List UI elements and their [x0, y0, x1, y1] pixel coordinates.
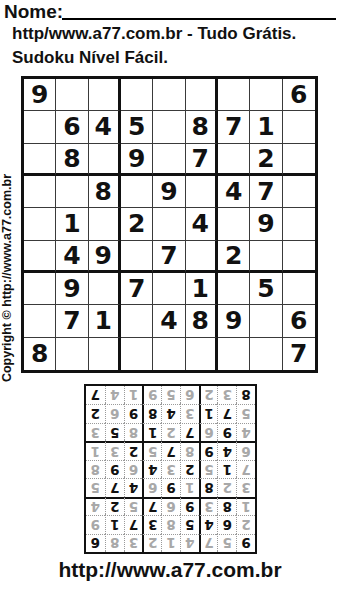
solution-cell-r6c6: 5 [142, 441, 161, 459]
puzzle-cell-r2c2: 6 [56, 111, 88, 143]
solution-cell-r2c4: 5 [180, 515, 199, 533]
puzzle-cell-r3c1[interactable] [24, 144, 56, 176]
puzzle-cell-r7c6: 1 [186, 273, 218, 305]
solution-cell-r3c7: 5 [124, 497, 143, 515]
puzzle-cell-r9c5[interactable] [153, 338, 185, 370]
puzzle-cell-r4c1[interactable] [24, 176, 56, 208]
puzzle-cell-r3c5[interactable] [153, 144, 185, 176]
puzzle-cell-r5c5[interactable] [153, 208, 185, 240]
puzzle-cell-r4c4[interactable] [121, 176, 153, 208]
solution-cell-r9c7: 1 [124, 386, 143, 404]
solution-cell-r1c3: 7 [199, 534, 218, 552]
solution-cell-r7c3: 6 [199, 423, 218, 441]
puzzle-cell-r2c7: 7 [218, 111, 250, 143]
puzzle-cell-r6c8[interactable] [250, 241, 282, 273]
puzzle-cell-r7c4: 7 [121, 273, 153, 305]
puzzle-cell-r2c6: 8 [186, 111, 218, 143]
puzzle-cell-r9c3[interactable] [89, 338, 121, 370]
puzzle-cell-r4c9[interactable] [283, 176, 315, 208]
puzzle-cell-r8c7: 9 [218, 305, 250, 337]
solution-cell-r6c7: 2 [124, 441, 143, 459]
puzzle-cell-r6c5: 7 [153, 241, 185, 273]
puzzle-cell-r1c4[interactable] [121, 79, 153, 111]
puzzle-cell-r1c1: 9 [24, 79, 56, 111]
puzzle-cell-r5c4: 2 [121, 208, 153, 240]
solution-cell-r9c6: 9 [142, 386, 161, 404]
puzzle-cell-r1c9: 6 [283, 79, 315, 111]
solution-cell-r6c9: 1 [86, 441, 105, 459]
puzzle-cell-r9c6[interactable] [186, 338, 218, 370]
solution-cell-r3c8: 2 [105, 497, 124, 515]
puzzle-cell-r6c6[interactable] [186, 241, 218, 273]
solution-cell-r5c3: 5 [199, 460, 218, 478]
puzzle-cell-r8c5: 4 [153, 305, 185, 337]
solution-cell-r9c5: 5 [161, 386, 180, 404]
name-row: Nome: [4, 1, 336, 23]
solution-cell-r7c5: 2 [161, 423, 180, 441]
solution-cell-r7c9: 3 [86, 423, 105, 441]
puzzle-cell-r1c5[interactable] [153, 79, 185, 111]
solution-cell-r8c3: 1 [199, 404, 218, 422]
solution-cell-r2c7: 7 [124, 515, 143, 533]
solution-cell-r7c7: 8 [124, 423, 143, 441]
puzzle-cell-r6c7: 2 [218, 241, 250, 273]
puzzle-cell-r3c2: 8 [56, 144, 88, 176]
puzzle-cell-r4c5: 9 [153, 176, 185, 208]
solution-cell-r7c4: 7 [180, 423, 199, 441]
puzzle-cell-r5c2: 1 [56, 208, 88, 240]
solution-cell-r9c8: 4 [105, 386, 124, 404]
solution-cell-r1c4: 4 [180, 534, 199, 552]
puzzle-cell-r9c8[interactable] [250, 338, 282, 370]
solution-cell-r1c2: 5 [217, 534, 236, 552]
solution-cell-r1c7: 3 [124, 534, 143, 552]
solution-cell-r3c6: 7 [142, 497, 161, 515]
puzzle-cell-r1c6[interactable] [186, 79, 218, 111]
solution-cell-r3c1: 1 [236, 497, 255, 515]
name-label: Nome: [4, 1, 63, 22]
puzzle-cell-r1c3[interactable] [89, 79, 121, 111]
solution-cell-r9c2: 3 [217, 386, 236, 404]
solution-cell-r8c1: 5 [236, 404, 255, 422]
solution-cell-r4c2: 2 [217, 478, 236, 496]
name-field[interactable] [62, 1, 336, 20]
copyright-vertical-text: Copyright © http://www.a77.com.br [0, 100, 16, 456]
puzzle-cell-r8c2: 7 [56, 305, 88, 337]
solution-cell-r6c5: 7 [161, 441, 180, 459]
solution-cell-r8c6: 8 [142, 404, 161, 422]
solution-cell-r1c1: 9 [236, 534, 255, 552]
solution-cell-r4c3: 8 [199, 478, 218, 496]
solution-cell-r8c2: 7 [217, 404, 236, 422]
solution-cell-r2c6: 3 [142, 515, 161, 533]
puzzle-cell-r8c1[interactable] [24, 305, 56, 337]
solution-cell-r2c9: 9 [86, 515, 105, 533]
puzzle-cell-r3c8: 2 [250, 144, 282, 176]
puzzle-cell-r5c7[interactable] [218, 208, 250, 240]
solution-cell-r7c2: 9 [217, 423, 236, 441]
sudoku-puzzle-grid: 966458718972894712494972971571489687 [21, 76, 318, 373]
puzzle-cell-r3c3[interactable] [89, 144, 121, 176]
puzzle-cell-r4c6[interactable] [186, 176, 218, 208]
solution-cell-r9c9: 7 [86, 386, 105, 404]
puzzle-cell-r9c9: 7 [283, 338, 315, 370]
solution-cell-r2c8: 1 [105, 515, 124, 533]
solution-cell-r2c2: 6 [217, 515, 236, 533]
puzzle-cell-r9c2[interactable] [56, 338, 88, 370]
solution-cell-r1c8: 8 [105, 534, 124, 552]
solution-cell-r8c8: 6 [105, 404, 124, 422]
puzzle-cell-r4c7: 4 [218, 176, 250, 208]
solution-cell-r6c4: 8 [180, 441, 199, 459]
footer-url: http://www.a77.com.br [0, 558, 340, 582]
puzzle-cell-r3c7[interactable] [218, 144, 250, 176]
solution-cell-r5c9: 8 [86, 460, 105, 478]
puzzle-cell-r5c8: 9 [250, 208, 282, 240]
solution-cell-r4c5: 9 [161, 478, 180, 496]
solution-cell-r7c8: 5 [105, 423, 124, 441]
solution-cell-r5c2: 1 [217, 460, 236, 478]
solution-cell-r5c1: 7 [236, 460, 255, 478]
puzzle-cell-r3c4: 9 [121, 144, 153, 176]
solution-cell-r4c9: 5 [86, 478, 105, 496]
solution-cell-r8c9: 2 [86, 404, 105, 422]
puzzle-cell-r1c7[interactable] [218, 79, 250, 111]
puzzle-cell-r8c9: 6 [283, 305, 315, 337]
puzzle-cell-r9c7[interactable] [218, 338, 250, 370]
puzzle-cell-r8c6: 8 [186, 305, 218, 337]
solution-cell-r1c9: 6 [86, 534, 105, 552]
sudoku-solution-grid-upside-down: 9574123862645837191839675243281964757152… [84, 384, 257, 554]
solution-cell-r1c6: 2 [142, 534, 161, 552]
puzzle-cell-r4c3: 8 [89, 176, 121, 208]
puzzle-cell-r9c1: 8 [24, 338, 56, 370]
puzzle-cell-r6c2: 4 [56, 241, 88, 273]
solution-cell-r5c6: 4 [142, 460, 161, 478]
puzzle-cell-r4c2[interactable] [56, 176, 88, 208]
solution-cell-r8c5: 4 [161, 404, 180, 422]
solution-cell-r4c6: 6 [142, 478, 161, 496]
puzzle-cell-r7c9[interactable] [283, 273, 315, 305]
solution-cell-r4c4: 1 [180, 478, 199, 496]
puzzle-cell-r6c9[interactable] [283, 241, 315, 273]
solution-cell-r8c4: 3 [180, 404, 199, 422]
puzzle-cell-r3c9[interactable] [283, 144, 315, 176]
puzzle-cell-r5c9[interactable] [283, 208, 315, 240]
puzzle-cell-r8c8[interactable] [250, 305, 282, 337]
puzzle-cell-r7c8: 5 [250, 273, 282, 305]
solution-cell-r8c7: 9 [124, 404, 143, 422]
puzzle-cell-r1c8[interactable] [250, 79, 282, 111]
solution-cell-r2c1: 2 [236, 515, 255, 533]
solution-cell-r3c4: 9 [180, 497, 199, 515]
puzzle-cell-r7c5[interactable] [153, 273, 185, 305]
solution-cell-r9c3: 2 [199, 386, 218, 404]
puzzle-cell-r1c2[interactable] [56, 79, 88, 111]
puzzle-cell-r6c3: 9 [89, 241, 121, 273]
puzzle-cell-r5c1[interactable] [24, 208, 56, 240]
solution-cell-r4c7: 4 [124, 478, 143, 496]
solution-cell-r6c2: 4 [217, 441, 236, 459]
puzzle-cell-r3c6: 7 [186, 144, 218, 176]
puzzle-cell-r7c2: 9 [56, 273, 88, 305]
puzzle-cell-r9c4[interactable] [121, 338, 153, 370]
site-header: http/www.a77.com.br - Tudo Grátis. [12, 24, 296, 44]
solution-cell-r3c9: 4 [86, 497, 105, 515]
puzzle-cell-r8c3: 1 [89, 305, 121, 337]
solution-cell-r1c5: 1 [161, 534, 180, 552]
solution-cell-r2c5: 8 [161, 515, 180, 533]
puzzle-cell-r5c3[interactable] [89, 208, 121, 240]
solution-cell-r5c8: 9 [105, 460, 124, 478]
solution-cell-r4c8: 7 [105, 478, 124, 496]
solution-cell-r6c8: 3 [105, 441, 124, 459]
solution-cell-r4c1: 3 [236, 478, 255, 496]
solution-cell-r6c3: 9 [199, 441, 218, 459]
puzzle-cell-r7c1[interactable] [24, 273, 56, 305]
solution-cell-r5c4: 2 [180, 460, 199, 478]
puzzle-cell-r7c7[interactable] [218, 273, 250, 305]
puzzle-cell-r2c8: 1 [250, 111, 282, 143]
solution-cell-r3c2: 8 [217, 497, 236, 515]
solution-cell-r3c3: 3 [199, 497, 218, 515]
puzzle-cell-r2c4: 5 [121, 111, 153, 143]
puzzle-cell-r2c9[interactable] [283, 111, 315, 143]
solution-cell-r9c4: 6 [180, 386, 199, 404]
solution-cell-r6c1: 6 [236, 441, 255, 459]
puzzle-cell-r8c4[interactable] [121, 305, 153, 337]
puzzle-cell-r7c3[interactable] [89, 273, 121, 305]
solution-cell-r7c1: 4 [236, 423, 255, 441]
puzzle-cell-r2c5[interactable] [153, 111, 185, 143]
solution-cell-r9c1: 8 [236, 386, 255, 404]
puzzle-cell-r4c8: 7 [250, 176, 282, 208]
page-title: Sudoku Nível Fácil. [12, 48, 168, 68]
puzzle-cell-r6c1[interactable] [24, 241, 56, 273]
solution-cell-r5c5: 3 [161, 460, 180, 478]
solution-cell-r5c7: 6 [124, 460, 143, 478]
puzzle-cell-r2c1[interactable] [24, 111, 56, 143]
puzzle-cell-r5c6: 4 [186, 208, 218, 240]
solution-cell-r3c5: 6 [161, 497, 180, 515]
puzzle-cell-r6c4[interactable] [121, 241, 153, 273]
solution-cell-r7c6: 1 [142, 423, 161, 441]
solution-cell-r2c3: 4 [199, 515, 218, 533]
puzzle-cell-r2c3: 4 [89, 111, 121, 143]
